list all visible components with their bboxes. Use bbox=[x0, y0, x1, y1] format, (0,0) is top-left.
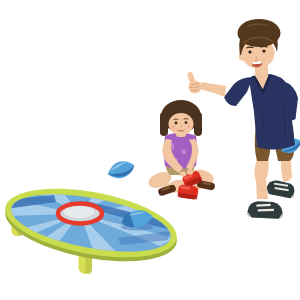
toss-board bbox=[0, 177, 182, 274]
boy-shoe-back bbox=[265, 177, 298, 202]
boy-shoe-front bbox=[246, 199, 284, 222]
girl-blush-right bbox=[187, 124, 191, 128]
girl-head bbox=[160, 100, 202, 136]
scene-svg bbox=[0, 0, 300, 300]
girl-figure bbox=[146, 100, 215, 200]
boy-sleeve-left bbox=[224, 77, 253, 106]
girl-blush-left bbox=[171, 125, 175, 129]
target-hole bbox=[58, 204, 102, 224]
boy-eye-left bbox=[248, 50, 251, 53]
boy-leg-front bbox=[254, 158, 268, 199]
girl-eye-left bbox=[175, 122, 178, 125]
boy-thumbs-up-hand bbox=[187, 71, 202, 93]
product-photo bbox=[0, 0, 300, 300]
boy-eye-right bbox=[262, 49, 265, 52]
boy-head bbox=[238, 19, 281, 69]
bean-bag-airborne bbox=[105, 158, 137, 182]
girl-face bbox=[169, 113, 194, 135]
boy-arm-extended bbox=[200, 82, 226, 97]
girl-eye-right bbox=[185, 121, 188, 124]
target-hole-highlight bbox=[64, 206, 94, 218]
boy-figure bbox=[187, 19, 300, 222]
